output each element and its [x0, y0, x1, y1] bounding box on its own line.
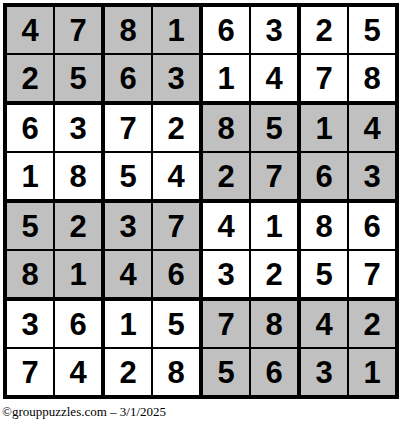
cell-r2c1: 2: [7, 55, 55, 105]
cell-r6c2: 1: [55, 251, 105, 301]
cell-r4c3: 5: [105, 153, 153, 203]
cell-r7c5: 7: [203, 301, 251, 349]
cell-r3c3: 7: [105, 105, 153, 153]
cell-r4c2: 8: [55, 153, 105, 203]
cell-r7c2: 6: [55, 301, 105, 349]
cell-r6c8: 7: [349, 251, 395, 301]
puzzle-page: { "game": "sudoku", "variant": "8x8 sudo…: [0, 0, 402, 424]
cell-r5c4: 7: [153, 203, 203, 251]
cell-r3c2: 3: [55, 105, 105, 153]
cell-r6c7: 5: [301, 251, 349, 301]
cell-r5c1: 5: [7, 203, 55, 251]
cell-r1c4: 1: [153, 7, 203, 55]
cell-r8c4: 8: [153, 349, 203, 395]
cell-r4c8: 3: [349, 153, 395, 203]
cell-r2c3: 6: [105, 55, 153, 105]
cell-r2c8: 8: [349, 55, 395, 105]
cell-r1c2: 7: [55, 7, 105, 55]
cell-r5c7: 8: [301, 203, 349, 251]
cell-r5c6: 1: [251, 203, 301, 251]
cell-r5c2: 2: [55, 203, 105, 251]
cell-r3c4: 2: [153, 105, 203, 153]
cell-r2c2: 5: [55, 55, 105, 105]
sudoku-board: 4781632525631478637285141854276352374186…: [3, 3, 399, 399]
cell-r6c5: 3: [203, 251, 251, 301]
cell-r5c8: 6: [349, 203, 395, 251]
cell-r1c3: 8: [105, 7, 153, 55]
cell-r3c8: 4: [349, 105, 395, 153]
cell-r8c8: 1: [349, 349, 395, 395]
cell-r3c6: 5: [251, 105, 301, 153]
cell-r8c7: 3: [301, 349, 349, 395]
cell-r6c4: 6: [153, 251, 203, 301]
cell-r3c5: 8: [203, 105, 251, 153]
cell-r4c1: 1: [7, 153, 55, 203]
cell-r3c1: 6: [7, 105, 55, 153]
cell-r6c1: 8: [7, 251, 55, 301]
cell-r7c4: 5: [153, 301, 203, 349]
cell-r1c7: 2: [301, 7, 349, 55]
cell-r1c5: 6: [203, 7, 251, 55]
cell-r4c4: 4: [153, 153, 203, 203]
cell-r8c6: 6: [251, 349, 301, 395]
cell-r4c5: 2: [203, 153, 251, 203]
cell-r2c7: 7: [301, 55, 349, 105]
cell-r7c3: 1: [105, 301, 153, 349]
cell-r7c8: 2: [349, 301, 395, 349]
cell-r2c6: 4: [251, 55, 301, 105]
cell-r8c1: 7: [7, 349, 55, 395]
cell-r6c3: 4: [105, 251, 153, 301]
cell-r1c8: 5: [349, 7, 395, 55]
cell-r2c4: 3: [153, 55, 203, 105]
cell-r4c7: 6: [301, 153, 349, 203]
cell-r6c6: 2: [251, 251, 301, 301]
copyright-credit: ©grouppuzzles.com – 3/1/2025: [2, 404, 166, 420]
cell-r1c1: 4: [7, 7, 55, 55]
cell-r7c1: 3: [7, 301, 55, 349]
cell-r7c7: 4: [301, 301, 349, 349]
cell-r5c5: 4: [203, 203, 251, 251]
cell-r8c5: 5: [203, 349, 251, 395]
cell-r7c6: 8: [251, 301, 301, 349]
cell-r4c6: 7: [251, 153, 301, 203]
cell-r3c7: 1: [301, 105, 349, 153]
cell-r5c3: 3: [105, 203, 153, 251]
cell-r2c5: 1: [203, 55, 251, 105]
cell-r1c6: 3: [251, 7, 301, 55]
cell-r8c2: 4: [55, 349, 105, 395]
cell-r8c3: 2: [105, 349, 153, 395]
